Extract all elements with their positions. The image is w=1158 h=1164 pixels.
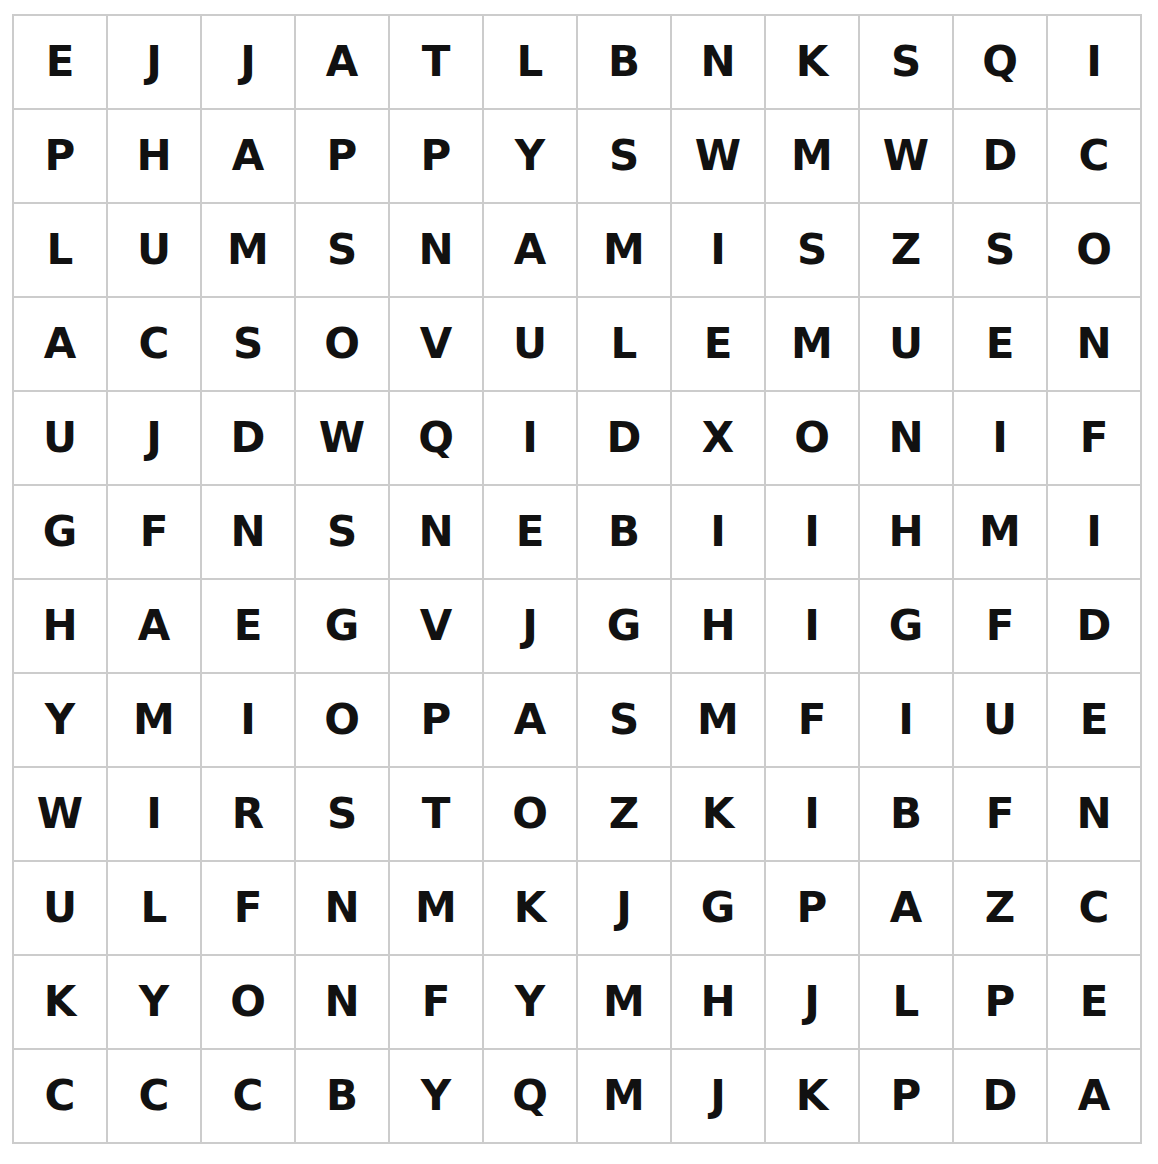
cell-r8c1[interactable]: Y xyxy=(13,673,107,767)
cell-r4c3[interactable]: S xyxy=(201,297,295,391)
cell-r4c9[interactable]: M xyxy=(765,297,859,391)
cell-r2c9[interactable]: M xyxy=(765,109,859,203)
cell-r2c12[interactable]: C xyxy=(1047,109,1141,203)
cell-r12c12[interactable]: A xyxy=(1047,1049,1141,1143)
cell-r7c9[interactable]: I xyxy=(765,579,859,673)
cell-r7c4[interactable]: G xyxy=(295,579,389,673)
cell-r9c3[interactable]: R xyxy=(201,767,295,861)
cell-r12c10[interactable]: P xyxy=(859,1049,953,1143)
cell-r10c12[interactable]: C xyxy=(1047,861,1141,955)
cell-r8c11[interactable]: U xyxy=(953,673,1047,767)
cell-r3c4[interactable]: S xyxy=(295,203,389,297)
cell-r5c9[interactable]: O xyxy=(765,391,859,485)
cell-r9c5[interactable]: T xyxy=(389,767,483,861)
cell-r2c4[interactable]: P xyxy=(295,109,389,203)
cell-r3c8[interactable]: I xyxy=(671,203,765,297)
cell-r11c3[interactable]: O xyxy=(201,955,295,1049)
cell-r6c9[interactable]: I xyxy=(765,485,859,579)
cell-r7c1[interactable]: H xyxy=(13,579,107,673)
cell-r8c7[interactable]: S xyxy=(577,673,671,767)
cell-r12c5[interactable]: Y xyxy=(389,1049,483,1143)
cell-r8c2[interactable]: M xyxy=(107,673,201,767)
cell-r11c11[interactable]: P xyxy=(953,955,1047,1049)
cell-r3c5[interactable]: N xyxy=(389,203,483,297)
cell-r11c5[interactable]: F xyxy=(389,955,483,1049)
cell-r4c2[interactable]: C xyxy=(107,297,201,391)
cell-r10c5[interactable]: M xyxy=(389,861,483,955)
cell-r5c2[interactable]: J xyxy=(107,391,201,485)
cell-r10c11[interactable]: Z xyxy=(953,861,1047,955)
cell-r2c11[interactable]: D xyxy=(953,109,1047,203)
cell-r1c2[interactable]: J xyxy=(107,15,201,109)
cell-r5c5[interactable]: Q xyxy=(389,391,483,485)
cell-r3c10[interactable]: Z xyxy=(859,203,953,297)
cell-r8c6[interactable]: A xyxy=(483,673,577,767)
cell-r8c12[interactable]: E xyxy=(1047,673,1141,767)
cell-r10c7[interactable]: J xyxy=(577,861,671,955)
cell-r4c5[interactable]: V xyxy=(389,297,483,391)
cell-r3c1[interactable]: L xyxy=(13,203,107,297)
cell-r4c12[interactable]: N xyxy=(1047,297,1141,391)
cell-r2c6[interactable]: Y xyxy=(483,109,577,203)
cell-r8c3[interactable]: I xyxy=(201,673,295,767)
cell-r10c2[interactable]: L xyxy=(107,861,201,955)
cell-r7c10[interactable]: G xyxy=(859,579,953,673)
cell-r4c6[interactable]: U xyxy=(483,297,577,391)
cell-r6c6[interactable]: E xyxy=(483,485,577,579)
cell-r9c4[interactable]: S xyxy=(295,767,389,861)
cell-r12c6[interactable]: Q xyxy=(483,1049,577,1143)
cell-r6c10[interactable]: H xyxy=(859,485,953,579)
cell-r4c1[interactable]: A xyxy=(13,297,107,391)
cell-r7c2[interactable]: A xyxy=(107,579,201,673)
cell-r6c1[interactable]: G xyxy=(13,485,107,579)
cell-r10c1[interactable]: U xyxy=(13,861,107,955)
cell-r9c9[interactable]: I xyxy=(765,767,859,861)
cell-r2c5[interactable]: P xyxy=(389,109,483,203)
cell-r6c5[interactable]: N xyxy=(389,485,483,579)
cell-r9c12[interactable]: N xyxy=(1047,767,1141,861)
cell-r11c10[interactable]: L xyxy=(859,955,953,1049)
cell-r6c7[interactable]: B xyxy=(577,485,671,579)
cell-r6c12[interactable]: I xyxy=(1047,485,1141,579)
cell-r4c8[interactable]: E xyxy=(671,297,765,391)
cell-r7c7[interactable]: G xyxy=(577,579,671,673)
cell-r10c4[interactable]: N xyxy=(295,861,389,955)
cell-r1c3[interactable]: J xyxy=(201,15,295,109)
cell-r12c2[interactable]: C xyxy=(107,1049,201,1143)
cell-r12c7[interactable]: M xyxy=(577,1049,671,1143)
cell-r10c6[interactable]: K xyxy=(483,861,577,955)
cell-r6c3[interactable]: N xyxy=(201,485,295,579)
cell-r8c8[interactable]: M xyxy=(671,673,765,767)
cell-r5c11[interactable]: I xyxy=(953,391,1047,485)
cell-r6c4[interactable]: S xyxy=(295,485,389,579)
cell-r9c11[interactable]: F xyxy=(953,767,1047,861)
cell-r5c6[interactable]: I xyxy=(483,391,577,485)
cell-r5c10[interactable]: N xyxy=(859,391,953,485)
cell-r3c12[interactable]: O xyxy=(1047,203,1141,297)
cell-r12c9[interactable]: K xyxy=(765,1049,859,1143)
cell-r11c2[interactable]: Y xyxy=(107,955,201,1049)
cell-r3c6[interactable]: A xyxy=(483,203,577,297)
cell-r2c7[interactable]: S xyxy=(577,109,671,203)
cell-r11c12[interactable]: E xyxy=(1047,955,1141,1049)
cell-r4c10[interactable]: U xyxy=(859,297,953,391)
cell-r4c7[interactable]: L xyxy=(577,297,671,391)
cell-r3c7[interactable]: M xyxy=(577,203,671,297)
cell-r1c11[interactable]: Q xyxy=(953,15,1047,109)
cell-r1c4[interactable]: A xyxy=(295,15,389,109)
cell-r1c7[interactable]: B xyxy=(577,15,671,109)
cell-r6c2[interactable]: F xyxy=(107,485,201,579)
cell-r9c10[interactable]: B xyxy=(859,767,953,861)
cell-r12c11[interactable]: D xyxy=(953,1049,1047,1143)
cell-r1c6[interactable]: L xyxy=(483,15,577,109)
cell-r9c6[interactable]: O xyxy=(483,767,577,861)
cell-r7c11[interactable]: F xyxy=(953,579,1047,673)
cell-r7c12[interactable]: D xyxy=(1047,579,1141,673)
cell-r2c3[interactable]: A xyxy=(201,109,295,203)
cell-r5c7[interactable]: D xyxy=(577,391,671,485)
cell-r5c8[interactable]: X xyxy=(671,391,765,485)
cell-r10c8[interactable]: G xyxy=(671,861,765,955)
cell-r9c2[interactable]: I xyxy=(107,767,201,861)
cell-r8c4[interactable]: O xyxy=(295,673,389,767)
cell-r1c5[interactable]: T xyxy=(389,15,483,109)
cell-r10c3[interactable]: F xyxy=(201,861,295,955)
cell-r12c8[interactable]: J xyxy=(671,1049,765,1143)
cell-r8c9[interactable]: F xyxy=(765,673,859,767)
cell-r9c8[interactable]: K xyxy=(671,767,765,861)
cell-r10c9[interactable]: P xyxy=(765,861,859,955)
cell-r3c11[interactable]: S xyxy=(953,203,1047,297)
cell-r1c10[interactable]: S xyxy=(859,15,953,109)
cell-r5c12[interactable]: F xyxy=(1047,391,1141,485)
cell-r2c10[interactable]: W xyxy=(859,109,953,203)
cell-r12c3[interactable]: C xyxy=(201,1049,295,1143)
word-search-grid: EJJATLBNKSQIPHAPPYSWMWDCLUMSNAMISZSOACSO… xyxy=(12,14,1142,1144)
cell-r2c1[interactable]: P xyxy=(13,109,107,203)
cell-r5c4[interactable]: W xyxy=(295,391,389,485)
cell-r4c4[interactable]: O xyxy=(295,297,389,391)
cell-r9c7[interactable]: Z xyxy=(577,767,671,861)
cell-r12c1[interactable]: C xyxy=(13,1049,107,1143)
cell-r3c2[interactable]: U xyxy=(107,203,201,297)
cell-r10c10[interactable]: A xyxy=(859,861,953,955)
cell-r4c11[interactable]: E xyxy=(953,297,1047,391)
cell-r7c6[interactable]: J xyxy=(483,579,577,673)
cell-r1c8[interactable]: N xyxy=(671,15,765,109)
cell-r11c9[interactable]: J xyxy=(765,955,859,1049)
cell-r11c4[interactable]: N xyxy=(295,955,389,1049)
cell-r7c3[interactable]: E xyxy=(201,579,295,673)
cell-r6c8[interactable]: I xyxy=(671,485,765,579)
cell-r2c8[interactable]: W xyxy=(671,109,765,203)
cell-r1c1[interactable]: E xyxy=(13,15,107,109)
cell-r8c5[interactable]: P xyxy=(389,673,483,767)
cell-r8c10[interactable]: I xyxy=(859,673,953,767)
cell-r1c12[interactable]: I xyxy=(1047,15,1141,109)
cell-r7c8[interactable]: H xyxy=(671,579,765,673)
cell-r2c2[interactable]: H xyxy=(107,109,201,203)
cell-r3c9[interactable]: S xyxy=(765,203,859,297)
cell-r5c3[interactable]: D xyxy=(201,391,295,485)
cell-r7c5[interactable]: V xyxy=(389,579,483,673)
cell-r11c7[interactable]: M xyxy=(577,955,671,1049)
cell-r1c9[interactable]: K xyxy=(765,15,859,109)
cell-r11c6[interactable]: Y xyxy=(483,955,577,1049)
cell-r11c8[interactable]: H xyxy=(671,955,765,1049)
cell-r5c1[interactable]: U xyxy=(13,391,107,485)
cell-r12c4[interactable]: B xyxy=(295,1049,389,1143)
cell-r11c1[interactable]: K xyxy=(13,955,107,1049)
cell-r3c3[interactable]: M xyxy=(201,203,295,297)
cell-r6c11[interactable]: M xyxy=(953,485,1047,579)
cell-r9c1[interactable]: W xyxy=(13,767,107,861)
